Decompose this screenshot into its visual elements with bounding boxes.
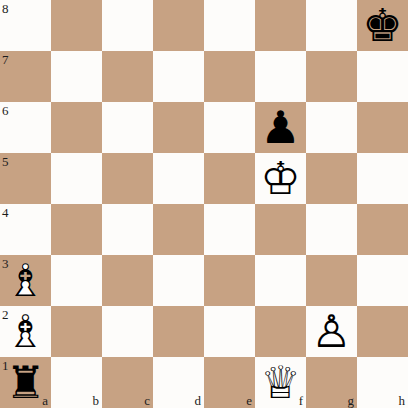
square-f3[interactable] — [255, 255, 306, 306]
square-c2[interactable] — [102, 306, 153, 357]
square-a4[interactable]: 4 — [0, 204, 51, 255]
square-e2[interactable] — [204, 306, 255, 357]
square-g4[interactable] — [306, 204, 357, 255]
file-label-b: b — [93, 394, 100, 407]
square-d8[interactable] — [153, 0, 204, 51]
rank-label-8: 8 — [2, 2, 9, 15]
square-f4[interactable] — [255, 204, 306, 255]
piece-black-king[interactable]: ♚ — [357, 0, 408, 51]
square-c8[interactable] — [102, 0, 153, 51]
square-h2[interactable] — [357, 306, 408, 357]
square-f1[interactable]: f♛♕ — [255, 357, 306, 408]
square-g1[interactable]: g — [306, 357, 357, 408]
white-king-outline: ♔ — [255, 153, 306, 204]
piece-white-king[interactable]: ♚♔ — [255, 153, 306, 204]
file-label-h: h — [399, 394, 406, 407]
square-c4[interactable] — [102, 204, 153, 255]
square-a6[interactable]: 6 — [0, 102, 51, 153]
square-a5[interactable]: 5 — [0, 153, 51, 204]
square-e7[interactable] — [204, 51, 255, 102]
piece-white-pawn[interactable]: ♟♙ — [306, 306, 357, 357]
white-pawn-outline: ♙ — [306, 306, 357, 357]
square-e3[interactable] — [204, 255, 255, 306]
rank-label-7: 7 — [2, 53, 9, 66]
square-g8[interactable] — [306, 0, 357, 51]
square-d7[interactable] — [153, 51, 204, 102]
square-a8[interactable]: 8 — [0, 0, 51, 51]
square-g7[interactable] — [306, 51, 357, 102]
square-c3[interactable] — [102, 255, 153, 306]
square-b8[interactable] — [51, 0, 102, 51]
piece-black-pawn[interactable]: ♟ — [255, 102, 306, 153]
square-c5[interactable] — [102, 153, 153, 204]
square-h6[interactable] — [357, 102, 408, 153]
square-d1[interactable]: d — [153, 357, 204, 408]
square-b1[interactable]: b — [51, 357, 102, 408]
file-label-c: c — [144, 394, 150, 407]
square-d6[interactable] — [153, 102, 204, 153]
square-h3[interactable] — [357, 255, 408, 306]
file-label-g: g — [348, 394, 355, 407]
square-h5[interactable] — [357, 153, 408, 204]
square-e5[interactable] — [204, 153, 255, 204]
square-a3[interactable]: 3♝♗ — [0, 255, 51, 306]
square-f5[interactable]: ♚♔ — [255, 153, 306, 204]
square-c1[interactable]: c — [102, 357, 153, 408]
piece-white-bishop[interactable]: ♝♗ — [0, 306, 51, 357]
square-b3[interactable] — [51, 255, 102, 306]
square-d3[interactable] — [153, 255, 204, 306]
square-e6[interactable] — [204, 102, 255, 153]
piece-black-rook[interactable]: ♜ — [0, 357, 51, 408]
square-g6[interactable] — [306, 102, 357, 153]
square-c7[interactable] — [102, 51, 153, 102]
white-bishop-outline: ♗ — [0, 306, 51, 357]
square-b5[interactable] — [51, 153, 102, 204]
square-g5[interactable] — [306, 153, 357, 204]
square-e8[interactable] — [204, 0, 255, 51]
piece-white-bishop[interactable]: ♝♗ — [0, 255, 51, 306]
square-g3[interactable] — [306, 255, 357, 306]
square-e1[interactable]: e — [204, 357, 255, 408]
square-b2[interactable] — [51, 306, 102, 357]
square-g2[interactable]: ♟♙ — [306, 306, 357, 357]
square-h4[interactable] — [357, 204, 408, 255]
square-d4[interactable] — [153, 204, 204, 255]
square-b4[interactable] — [51, 204, 102, 255]
square-f7[interactable] — [255, 51, 306, 102]
chess-board: 8♚76♟5♚♔43♝♗2♝♗♟♙1a♜bcdef♛♕gh — [0, 0, 408, 408]
square-e4[interactable] — [204, 204, 255, 255]
square-a2[interactable]: 2♝♗ — [0, 306, 51, 357]
square-f8[interactable] — [255, 0, 306, 51]
square-h1[interactable]: h — [357, 357, 408, 408]
piece-white-queen[interactable]: ♛♕ — [255, 357, 306, 408]
white-bishop-outline: ♗ — [0, 255, 51, 306]
white-queen-outline: ♕ — [255, 357, 306, 408]
square-a1[interactable]: 1a♜ — [0, 357, 51, 408]
square-c6[interactable] — [102, 102, 153, 153]
rank-label-5: 5 — [2, 155, 9, 168]
square-h8[interactable]: ♚ — [357, 0, 408, 51]
square-h7[interactable] — [357, 51, 408, 102]
square-a7[interactable]: 7 — [0, 51, 51, 102]
square-f2[interactable] — [255, 306, 306, 357]
rank-label-4: 4 — [2, 206, 9, 219]
square-d5[interactable] — [153, 153, 204, 204]
file-label-e: e — [246, 394, 252, 407]
file-label-d: d — [195, 394, 202, 407]
square-d2[interactable] — [153, 306, 204, 357]
square-b7[interactable] — [51, 51, 102, 102]
square-b6[interactable] — [51, 102, 102, 153]
rank-label-6: 6 — [2, 104, 9, 117]
square-f6[interactable]: ♟ — [255, 102, 306, 153]
